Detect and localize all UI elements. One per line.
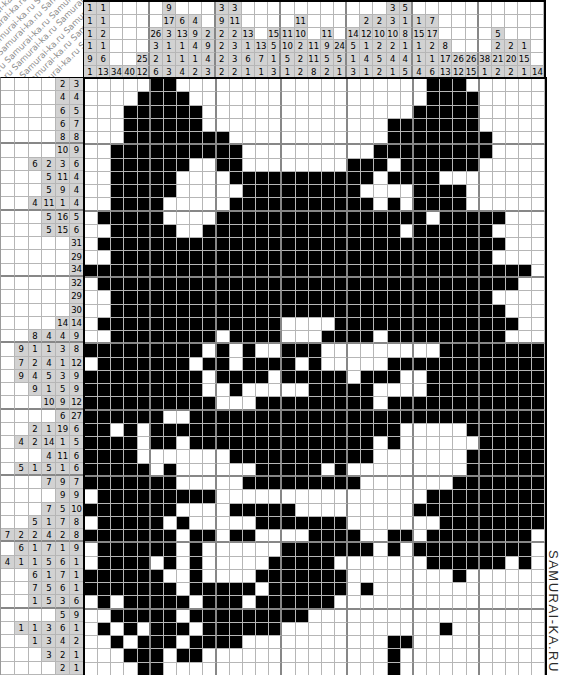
- grid-cell-filled[interactable]: [480, 251, 493, 264]
- grid-cell-filled[interactable]: [348, 238, 361, 251]
- grid-cell-filled[interactable]: [111, 411, 124, 424]
- grid-cell-filled[interactable]: [440, 119, 453, 132]
- grid-cell-filled[interactable]: [388, 424, 401, 437]
- grid-cell-filled[interactable]: [519, 490, 532, 503]
- grid-cell-empty[interactable]: [532, 251, 545, 264]
- grid-cell-empty[interactable]: [467, 623, 480, 636]
- grid-cell-filled[interactable]: [217, 596, 230, 609]
- grid-cell-empty[interactable]: [519, 106, 532, 119]
- grid-cell-empty[interactable]: [506, 610, 519, 623]
- grid-cell-filled[interactable]: [243, 371, 256, 384]
- grid-cell-filled[interactable]: [269, 610, 282, 623]
- grid-cell-filled[interactable]: [190, 291, 203, 304]
- grid-cell-filled[interactable]: [282, 557, 295, 570]
- grid-cell-empty[interactable]: [309, 318, 322, 331]
- grid-cell-filled[interactable]: [467, 132, 480, 145]
- grid-cell-empty[interactable]: [111, 79, 124, 92]
- grid-cell-empty[interactable]: [506, 596, 519, 609]
- grid-cell-filled[interactable]: [440, 225, 453, 238]
- grid-cell-empty[interactable]: [414, 384, 427, 397]
- grid-cell-filled[interactable]: [269, 583, 282, 596]
- grid-cell-filled[interactable]: [309, 530, 322, 543]
- grid-cell-filled[interactable]: [388, 663, 401, 675]
- grid-cell-filled[interactable]: [177, 358, 190, 371]
- grid-cell-filled[interactable]: [440, 265, 453, 278]
- grid-cell-empty[interactable]: [85, 557, 98, 570]
- grid-cell-filled[interactable]: [388, 238, 401, 251]
- grid-cell-empty[interactable]: [361, 504, 374, 517]
- grid-cell-filled[interactable]: [440, 543, 453, 556]
- grid-cell-empty[interactable]: [453, 450, 466, 463]
- grid-cell-filled[interactable]: [164, 384, 177, 397]
- grid-cell-empty[interactable]: [361, 490, 374, 503]
- grid-cell-empty[interactable]: [519, 225, 532, 238]
- grid-cell-filled[interactable]: [335, 212, 348, 225]
- grid-cell-filled[interactable]: [138, 344, 151, 357]
- grid-cell-filled[interactable]: [322, 437, 335, 450]
- grid-cell-filled[interactable]: [453, 570, 466, 583]
- grid-cell-empty[interactable]: [217, 79, 230, 92]
- grid-cell-filled[interactable]: [322, 185, 335, 198]
- grid-cell-filled[interactable]: [493, 557, 506, 570]
- grid-cell-filled[interactable]: [243, 411, 256, 424]
- grid-cell-filled[interactable]: [348, 450, 361, 463]
- grid-cell-filled[interactable]: [203, 251, 216, 264]
- grid-cell-empty[interactable]: [519, 92, 532, 105]
- grid-cell-filled[interactable]: [98, 318, 111, 331]
- grid-cell-empty[interactable]: [243, 132, 256, 145]
- grid-cell-empty[interactable]: [164, 570, 177, 583]
- grid-cell-filled[interactable]: [164, 424, 177, 437]
- grid-cell-filled[interactable]: [374, 424, 387, 437]
- grid-cell-filled[interactable]: [138, 530, 151, 543]
- grid-cell-empty[interactable]: [230, 132, 243, 145]
- grid-cell-empty[interactable]: [322, 119, 335, 132]
- grid-cell-filled[interactable]: [230, 596, 243, 609]
- grid-cell-empty[interactable]: [348, 106, 361, 119]
- grid-cell-filled[interactable]: [111, 490, 124, 503]
- grid-cell-filled[interactable]: [414, 238, 427, 251]
- grid-cell-filled[interactable]: [164, 159, 177, 172]
- grid-cell-empty[interactable]: [85, 145, 98, 158]
- grid-cell-filled[interactable]: [124, 464, 137, 477]
- grid-cell-filled[interactable]: [374, 278, 387, 291]
- grid-cell-empty[interactable]: [493, 132, 506, 145]
- grid-cell-empty[interactable]: [493, 92, 506, 105]
- grid-cell-filled[interactable]: [348, 543, 361, 556]
- grid-cell-filled[interactable]: [151, 331, 164, 344]
- grid-cell-filled[interactable]: [282, 464, 295, 477]
- grid-cell-filled[interactable]: [309, 570, 322, 583]
- grid-cell-empty[interactable]: [519, 159, 532, 172]
- grid-cell-filled[interactable]: [309, 437, 322, 450]
- grid-cell-filled[interactable]: [164, 278, 177, 291]
- grid-cell-empty[interactable]: [217, 663, 230, 675]
- grid-cell-empty[interactable]: [506, 79, 519, 92]
- grid-cell-filled[interactable]: [322, 543, 335, 556]
- grid-cell-filled[interactable]: [98, 477, 111, 490]
- grid-cell-empty[interactable]: [427, 663, 440, 675]
- grid-cell-filled[interactable]: [467, 238, 480, 251]
- grid-cell-filled[interactable]: [190, 238, 203, 251]
- grid-cell-filled[interactable]: [519, 358, 532, 371]
- grid-cell-empty[interactable]: [427, 424, 440, 437]
- grid-cell-filled[interactable]: [138, 583, 151, 596]
- grid-cell-empty[interactable]: [203, 464, 216, 477]
- grid-cell-filled[interactable]: [243, 504, 256, 517]
- grid-cell-filled[interactable]: [111, 504, 124, 517]
- grid-cell-empty[interactable]: [506, 145, 519, 158]
- grid-cell-empty[interactable]: [282, 92, 295, 105]
- grid-cell-filled[interactable]: [480, 384, 493, 397]
- grid-cell-filled[interactable]: [414, 225, 427, 238]
- grid-cell-filled[interactable]: [151, 358, 164, 371]
- grid-cell-filled[interactable]: [401, 132, 414, 145]
- grid-cell-filled[interactable]: [453, 106, 466, 119]
- grid-cell-empty[interactable]: [440, 610, 453, 623]
- grid-cell-filled[interactable]: [322, 384, 335, 397]
- grid-cell-filled[interactable]: [230, 504, 243, 517]
- grid-cell-filled[interactable]: [269, 557, 282, 570]
- grid-cell-filled[interactable]: [453, 530, 466, 543]
- grid-cell-filled[interactable]: [111, 265, 124, 278]
- grid-cell-empty[interactable]: [309, 145, 322, 158]
- grid-cell-filled[interactable]: [177, 490, 190, 503]
- grid-cell-filled[interactable]: [138, 384, 151, 397]
- grid-cell-empty[interactable]: [414, 464, 427, 477]
- grid-cell-empty[interactable]: [124, 636, 137, 649]
- grid-cell-filled[interactable]: [85, 371, 98, 384]
- grid-cell-filled[interactable]: [282, 358, 295, 371]
- grid-cell-filled[interactable]: [230, 583, 243, 596]
- grid-cell-filled[interactable]: [151, 424, 164, 437]
- grid-cell-filled[interactable]: [427, 358, 440, 371]
- grid-cell-filled[interactable]: [374, 291, 387, 304]
- grid-cell-filled[interactable]: [427, 119, 440, 132]
- grid-cell-filled[interactable]: [111, 278, 124, 291]
- grid-cell-filled[interactable]: [111, 477, 124, 490]
- grid-cell-empty[interactable]: [401, 596, 414, 609]
- grid-cell-empty[interactable]: [440, 583, 453, 596]
- grid-cell-filled[interactable]: [414, 397, 427, 410]
- grid-cell-filled[interactable]: [177, 278, 190, 291]
- grid-cell-empty[interactable]: [98, 145, 111, 158]
- grid-cell-empty[interactable]: [269, 384, 282, 397]
- grid-cell-filled[interactable]: [467, 265, 480, 278]
- grid-cell-filled[interactable]: [335, 517, 348, 530]
- grid-cell-empty[interactable]: [335, 636, 348, 649]
- grid-cell-empty[interactable]: [335, 344, 348, 357]
- grid-cell-filled[interactable]: [269, 185, 282, 198]
- grid-cell-filled[interactable]: [388, 172, 401, 185]
- grid-cell-empty[interactable]: [374, 198, 387, 211]
- grid-cell-filled[interactable]: [335, 225, 348, 238]
- grid-cell-filled[interactable]: [348, 331, 361, 344]
- grid-cell-filled[interactable]: [124, 119, 137, 132]
- grid-cell-filled[interactable]: [256, 225, 269, 238]
- grid-cell-filled[interactable]: [269, 504, 282, 517]
- grid-cell-filled[interactable]: [453, 344, 466, 357]
- grid-cell-filled[interactable]: [388, 530, 401, 543]
- grid-cell-empty[interactable]: [453, 636, 466, 649]
- grid-cell-filled[interactable]: [480, 225, 493, 238]
- grid-cell-filled[interactable]: [401, 119, 414, 132]
- grid-cell-filled[interactable]: [296, 596, 309, 609]
- grid-cell-filled[interactable]: [217, 583, 230, 596]
- grid-cell-empty[interactable]: [532, 649, 545, 662]
- grid-cell-empty[interactable]: [506, 291, 519, 304]
- grid-cell-empty[interactable]: [217, 119, 230, 132]
- grid-cell-empty[interactable]: [532, 198, 545, 211]
- grid-cell-filled[interactable]: [217, 424, 230, 437]
- grid-cell-filled[interactable]: [414, 119, 427, 132]
- grid-cell-filled[interactable]: [138, 318, 151, 331]
- grid-cell-filled[interactable]: [217, 212, 230, 225]
- grid-cell-empty[interactable]: [348, 344, 361, 357]
- grid-cell-filled[interactable]: [203, 265, 216, 278]
- grid-cell-filled[interactable]: [348, 185, 361, 198]
- grid-cell-empty[interactable]: [98, 119, 111, 132]
- grid-cell-filled[interactable]: [361, 583, 374, 596]
- grid-cell-filled[interactable]: [296, 517, 309, 530]
- grid-cell-filled[interactable]: [151, 623, 164, 636]
- grid-cell-empty[interactable]: [374, 636, 387, 649]
- grid-cell-filled[interactable]: [98, 384, 111, 397]
- grid-cell-empty[interactable]: [374, 663, 387, 675]
- grid-cell-filled[interactable]: [506, 265, 519, 278]
- grid-cell-empty[interactable]: [388, 490, 401, 503]
- grid-cell-empty[interactable]: [269, 344, 282, 357]
- grid-cell-empty[interactable]: [388, 159, 401, 172]
- grid-cell-empty[interactable]: [322, 464, 335, 477]
- grid-cell-filled[interactable]: [453, 371, 466, 384]
- grid-cell-filled[interactable]: [282, 172, 295, 185]
- grid-cell-filled[interactable]: [480, 265, 493, 278]
- grid-cell-filled[interactable]: [164, 557, 177, 570]
- grid-cell-filled[interactable]: [440, 291, 453, 304]
- grid-cell-filled[interactable]: [282, 265, 295, 278]
- grid-cell-empty[interactable]: [309, 92, 322, 105]
- grid-cell-filled[interactable]: [480, 517, 493, 530]
- grid-cell-filled[interactable]: [361, 265, 374, 278]
- grid-cell-empty[interactable]: [519, 663, 532, 675]
- grid-cell-empty[interactable]: [493, 198, 506, 211]
- grid-cell-filled[interactable]: [138, 291, 151, 304]
- grid-cell-empty[interactable]: [506, 583, 519, 596]
- grid-cell-empty[interactable]: [85, 331, 98, 344]
- grid-cell-filled[interactable]: [440, 159, 453, 172]
- grid-cell-filled[interactable]: [124, 450, 137, 463]
- grid-cell-empty[interactable]: [269, 92, 282, 105]
- grid-cell-filled[interactable]: [467, 225, 480, 238]
- grid-cell-filled[interactable]: [256, 437, 269, 450]
- grid-cell-empty[interactable]: [85, 238, 98, 251]
- grid-cell-empty[interactable]: [414, 437, 427, 450]
- grid-cell-filled[interactable]: [256, 331, 269, 344]
- grid-cell-filled[interactable]: [440, 106, 453, 119]
- grid-cell-filled[interactable]: [190, 265, 203, 278]
- grid-cell-filled[interactable]: [164, 543, 177, 556]
- grid-cell-empty[interactable]: [164, 198, 177, 211]
- grid-cell-filled[interactable]: [401, 145, 414, 158]
- grid-cell-empty[interactable]: [230, 557, 243, 570]
- grid-cell-empty[interactable]: [256, 159, 269, 172]
- grid-cell-filled[interactable]: [164, 636, 177, 649]
- grid-cell-empty[interactable]: [388, 557, 401, 570]
- grid-cell-empty[interactable]: [388, 464, 401, 477]
- grid-cell-empty[interactable]: [98, 172, 111, 185]
- grid-cell-filled[interactable]: [309, 305, 322, 318]
- grid-cell-empty[interactable]: [296, 649, 309, 662]
- grid-cell-filled[interactable]: [190, 106, 203, 119]
- grid-cell-filled[interactable]: [427, 278, 440, 291]
- grid-cell-filled[interactable]: [111, 371, 124, 384]
- grid-cell-filled[interactable]: [138, 649, 151, 662]
- grid-cell-filled[interactable]: [124, 305, 137, 318]
- grid-cell-filled[interactable]: [203, 623, 216, 636]
- grid-cell-filled[interactable]: [532, 504, 545, 517]
- grid-cell-filled[interactable]: [164, 623, 177, 636]
- grid-cell-empty[interactable]: [401, 344, 414, 357]
- grid-cell-empty[interactable]: [480, 185, 493, 198]
- grid-cell-filled[interactable]: [256, 610, 269, 623]
- grid-cell-filled[interactable]: [256, 504, 269, 517]
- grid-cell-empty[interactable]: [348, 358, 361, 371]
- grid-cell-filled[interactable]: [98, 464, 111, 477]
- grid-cell-empty[interactable]: [493, 172, 506, 185]
- grid-cell-filled[interactable]: [243, 172, 256, 185]
- grid-cell-empty[interactable]: [203, 212, 216, 225]
- grid-cell-filled[interactable]: [453, 185, 466, 198]
- grid-cell-filled[interactable]: [217, 610, 230, 623]
- grid-cell-filled[interactable]: [401, 212, 414, 225]
- grid-cell-empty[interactable]: [348, 557, 361, 570]
- grid-cell-filled[interactable]: [427, 145, 440, 158]
- grid-cell-filled[interactable]: [532, 371, 545, 384]
- grid-cell-filled[interactable]: [361, 318, 374, 331]
- grid-cell-empty[interactable]: [282, 623, 295, 636]
- grid-cell-filled[interactable]: [322, 212, 335, 225]
- grid-cell-filled[interactable]: [256, 411, 269, 424]
- grid-cell-empty[interactable]: [401, 477, 414, 490]
- grid-cell-filled[interactable]: [453, 557, 466, 570]
- grid-cell-filled[interactable]: [124, 251, 137, 264]
- grid-cell-empty[interactable]: [177, 172, 190, 185]
- grid-cell-filled[interactable]: [190, 331, 203, 344]
- grid-cell-empty[interactable]: [414, 371, 427, 384]
- grid-cell-filled[interactable]: [335, 437, 348, 450]
- grid-cell-filled[interactable]: [164, 145, 177, 158]
- grid-cell-filled[interactable]: [374, 265, 387, 278]
- grid-cell-filled[interactable]: [124, 318, 137, 331]
- grid-cell-filled[interactable]: [85, 437, 98, 450]
- grid-cell-filled[interactable]: [217, 159, 230, 172]
- grid-cell-filled[interactable]: [98, 623, 111, 636]
- grid-cell-filled[interactable]: [282, 610, 295, 623]
- grid-cell-empty[interactable]: [427, 623, 440, 636]
- grid-cell-filled[interactable]: [164, 305, 177, 318]
- grid-cell-filled[interactable]: [243, 291, 256, 304]
- grid-cell-empty[interactable]: [493, 596, 506, 609]
- grid-cell-filled[interactable]: [177, 251, 190, 264]
- grid-cell-empty[interactable]: [243, 649, 256, 662]
- grid-cell-empty[interactable]: [427, 344, 440, 357]
- grid-cell-filled[interactable]: [282, 424, 295, 437]
- grid-cell-filled[interactable]: [519, 543, 532, 556]
- grid-cell-filled[interactable]: [151, 663, 164, 675]
- grid-cell-empty[interactable]: [532, 145, 545, 158]
- grid-cell-filled[interactable]: [453, 517, 466, 530]
- grid-cell-filled[interactable]: [230, 225, 243, 238]
- grid-cell-filled[interactable]: [453, 490, 466, 503]
- grid-cell-empty[interactable]: [493, 636, 506, 649]
- grid-cell-empty[interactable]: [532, 132, 545, 145]
- grid-cell-empty[interactable]: [217, 106, 230, 119]
- grid-cell-filled[interactable]: [493, 477, 506, 490]
- grid-cell-filled[interactable]: [111, 583, 124, 596]
- grid-cell-filled[interactable]: [467, 450, 480, 463]
- grid-cell-empty[interactable]: [401, 92, 414, 105]
- grid-cell-empty[interactable]: [401, 371, 414, 384]
- grid-cell-empty[interactable]: [322, 504, 335, 517]
- grid-cell-filled[interactable]: [243, 583, 256, 596]
- grid-cell-empty[interactable]: [506, 172, 519, 185]
- grid-cell-empty[interactable]: [296, 159, 309, 172]
- grid-cell-empty[interactable]: [519, 291, 532, 304]
- grid-cell-filled[interactable]: [480, 291, 493, 304]
- grid-cell-filled[interactable]: [269, 411, 282, 424]
- grid-cell-filled[interactable]: [151, 132, 164, 145]
- grid-cell-empty[interactable]: [493, 251, 506, 264]
- grid-cell-empty[interactable]: [217, 504, 230, 517]
- grid-cell-filled[interactable]: [282, 450, 295, 463]
- grid-cell-filled[interactable]: [519, 371, 532, 384]
- grid-cell-filled[interactable]: [282, 291, 295, 304]
- grid-cell-empty[interactable]: [348, 517, 361, 530]
- grid-cell-filled[interactable]: [217, 411, 230, 424]
- grid-cell-empty[interactable]: [111, 596, 124, 609]
- grid-cell-filled[interactable]: [335, 424, 348, 437]
- grid-cell-empty[interactable]: [348, 490, 361, 503]
- grid-cell-filled[interactable]: [453, 331, 466, 344]
- grid-cell-filled[interactable]: [322, 305, 335, 318]
- grid-cell-empty[interactable]: [282, 663, 295, 675]
- grid-cell-filled[interactable]: [296, 212, 309, 225]
- grid-cell-filled[interactable]: [151, 265, 164, 278]
- grid-cell-empty[interactable]: [322, 610, 335, 623]
- grid-cell-filled[interactable]: [190, 119, 203, 132]
- grid-cell-empty[interactable]: [217, 570, 230, 583]
- grid-cell-filled[interactable]: [453, 411, 466, 424]
- grid-cell-empty[interactable]: [414, 583, 427, 596]
- grid-cell-filled[interactable]: [124, 384, 137, 397]
- grid-cell-filled[interactable]: [230, 305, 243, 318]
- grid-cell-filled[interactable]: [190, 570, 203, 583]
- grid-cell-filled[interactable]: [98, 517, 111, 530]
- grid-cell-empty[interactable]: [348, 132, 361, 145]
- grid-cell-filled[interactable]: [203, 331, 216, 344]
- grid-cell-filled[interactable]: [427, 172, 440, 185]
- grid-cell-filled[interactable]: [177, 371, 190, 384]
- grid-cell-filled[interactable]: [532, 517, 545, 530]
- grid-cell-filled[interactable]: [98, 543, 111, 556]
- grid-cell-filled[interactable]: [361, 411, 374, 424]
- grid-cell-filled[interactable]: [467, 318, 480, 331]
- grid-cell-empty[interactable]: [361, 464, 374, 477]
- grid-cell-filled[interactable]: [151, 238, 164, 251]
- grid-cell-filled[interactable]: [532, 344, 545, 357]
- grid-cell-empty[interactable]: [414, 477, 427, 490]
